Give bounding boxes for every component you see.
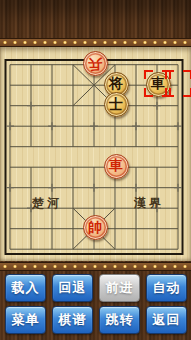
piece-black-chariot[interactable]: 車 [146, 72, 171, 97]
piece-glyph: 士 [109, 98, 123, 112]
auto-button[interactable]: 自动 [146, 274, 187, 302]
nail-strip-bottom [0, 262, 191, 271]
load-button[interactable]: 载入 [5, 274, 46, 302]
piece-glyph: 車 [109, 159, 123, 173]
control-panel: 载入 回退 前进 自动 菜单 棋谱 跳转 返回 [0, 261, 191, 340]
river-label-hanjie: 漢界 [129, 195, 169, 212]
piece-glyph: 車 [151, 77, 165, 91]
notation-button[interactable]: 棋谱 [52, 306, 93, 334]
xiangqi-board[interactable]: 楚河 漢界 兵将車士車帥 [0, 47, 191, 261]
nail-strip-top [0, 38, 191, 47]
river-label-chuhe: 楚河 [28, 195, 66, 212]
forward-button[interactable]: 前进 [99, 274, 140, 302]
xiangqi-app: 楚河 漢界 兵将車士車帥 载入 回退 前进 自动 菜单 棋谱 跳转 返回 [0, 0, 191, 340]
piece-glyph: 帥 [88, 221, 102, 235]
piece-red-general[interactable]: 帥 [83, 215, 108, 240]
undo-button[interactable]: 回退 [52, 274, 93, 302]
wood-panel-top [0, 0, 191, 47]
piece-glyph: 将 [109, 77, 123, 91]
menu-button[interactable]: 菜单 [5, 306, 46, 334]
jump-button[interactable]: 跳转 [99, 306, 140, 334]
piece-red-soldier[interactable]: 兵 [83, 51, 108, 76]
piece-glyph: 兵 [88, 57, 102, 71]
back-button[interactable]: 返回 [146, 306, 187, 334]
piece-black-advisor[interactable]: 士 [104, 92, 129, 117]
piece-red-chariot[interactable]: 車 [104, 154, 129, 179]
